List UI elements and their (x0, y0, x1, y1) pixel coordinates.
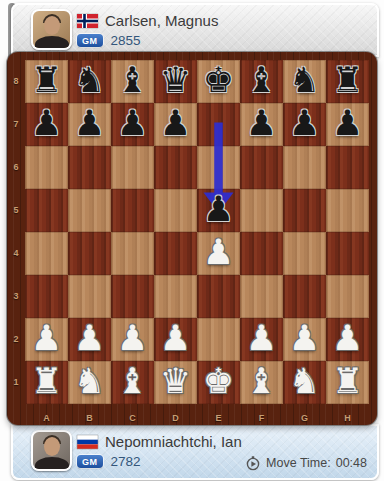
norway-flag-icon (77, 14, 98, 28)
file-label-b: B (68, 412, 111, 424)
square-b2[interactable]: ♟ (68, 318, 111, 361)
chess-broadcast-widget: Carlsen, Magnus GM 2855 Nepomniachtchi, … (0, 0, 384, 481)
black-pawn[interactable]: ♟ (111, 102, 154, 145)
rank-label-8: 8 (7, 60, 25, 103)
file-label-c: C (111, 412, 154, 424)
square-b8[interactable]: ♞ (68, 60, 111, 103)
square-f3[interactable] (240, 275, 283, 318)
rank-label-3: 3 (7, 275, 25, 318)
square-b3[interactable] (68, 275, 111, 318)
square-f4[interactable] (240, 232, 283, 275)
square-g7[interactable]: ♟ (283, 103, 326, 146)
square-h1[interactable]: ♜ (326, 361, 369, 404)
top-player-bar: Carlsen, Magnus GM 2855 (11, 3, 379, 57)
white-pawn[interactable]: ♟ (154, 317, 197, 360)
square-h5[interactable] (326, 189, 369, 232)
player-rating: 2855 (111, 33, 141, 48)
square-f8[interactable]: ♝ (240, 60, 283, 103)
square-a4[interactable] (25, 232, 68, 275)
square-c3[interactable] (111, 275, 154, 318)
chess-board: ♜♞♝♛♚♝♞♜♟♟♟♟♟♟♟♟♟♟♟♟♟♟♟♟♜♞♝♛♚♝♞♜ ABCDEFG… (7, 52, 377, 425)
square-h4[interactable] (326, 232, 369, 275)
square-c2[interactable]: ♟ (111, 318, 154, 361)
move-time: Move Time: 00:48 (245, 455, 367, 471)
square-g3[interactable] (283, 275, 326, 318)
square-f5[interactable] (240, 189, 283, 232)
square-a3[interactable] (25, 275, 68, 318)
square-c6[interactable] (111, 146, 154, 189)
square-a8[interactable]: ♜ (25, 60, 68, 103)
file-label-d: D (154, 412, 197, 424)
file-label-g: G (283, 412, 326, 424)
square-d8[interactable]: ♛ (154, 60, 197, 103)
square-g5[interactable] (283, 189, 326, 232)
black-pawn[interactable]: ♟ (283, 102, 326, 145)
white-knight[interactable]: ♞ (283, 360, 326, 403)
black-pawn[interactable]: ♟ (240, 102, 283, 145)
square-e2[interactable] (197, 318, 240, 361)
square-g6[interactable] (283, 146, 326, 189)
rank-label-2: 2 (7, 318, 25, 361)
square-a7[interactable]: ♟ (25, 103, 68, 146)
white-pawn[interactable]: ♟ (326, 317, 369, 360)
title-badge: GM (77, 455, 103, 468)
square-a5[interactable] (25, 189, 68, 232)
white-knight[interactable]: ♞ (68, 360, 111, 403)
square-c8[interactable]: ♝ (111, 60, 154, 103)
file-label-f: F (240, 412, 283, 424)
avatar (31, 430, 72, 471)
board-squares: ♜♞♝♛♚♝♞♜♟♟♟♟♟♟♟♟♟♟♟♟♟♟♟♟♜♞♝♛♚♝♞♜ (25, 60, 369, 404)
square-b6[interactable] (68, 146, 111, 189)
square-d5[interactable] (154, 189, 197, 232)
square-e1[interactable]: ♚ (197, 361, 240, 404)
black-rook[interactable]: ♜ (326, 59, 369, 102)
white-pawn[interactable]: ♟ (240, 317, 283, 360)
rank-label-7: 7 (7, 103, 25, 146)
white-pawn[interactable]: ♟ (283, 317, 326, 360)
square-f1[interactable]: ♝ (240, 361, 283, 404)
black-rook[interactable]: ♜ (25, 59, 68, 102)
black-pawn[interactable]: ♟ (68, 102, 111, 145)
title-badge: GM (77, 34, 103, 47)
square-d7[interactable]: ♟ (154, 103, 197, 146)
black-bishop[interactable]: ♝ (240, 59, 283, 102)
square-g1[interactable]: ♞ (283, 361, 326, 404)
rank-label-4: 4 (7, 232, 25, 275)
square-g4[interactable] (283, 232, 326, 275)
move-time-label: Move Time: (266, 456, 331, 470)
black-queen[interactable]: ♛ (154, 59, 197, 102)
black-pawn[interactable]: ♟ (25, 102, 68, 145)
square-b5[interactable] (68, 189, 111, 232)
black-pawn[interactable]: ♟ (326, 102, 369, 145)
square-c7[interactable]: ♟ (111, 103, 154, 146)
square-b7[interactable]: ♟ (68, 103, 111, 146)
square-f2[interactable]: ♟ (240, 318, 283, 361)
white-pawn[interactable]: ♟ (197, 231, 240, 274)
player-photo (33, 432, 70, 469)
square-d2[interactable]: ♟ (154, 318, 197, 361)
file-label-h: H (326, 412, 369, 424)
square-h3[interactable] (326, 275, 369, 318)
square-e3[interactable] (197, 275, 240, 318)
player-name: Carlsen, Magnus (105, 12, 218, 29)
move-time-value: 00:48 (336, 456, 367, 470)
square-h8[interactable]: ♜ (326, 60, 369, 103)
player-name: Nepomniachtchi, Ian (105, 433, 242, 450)
square-d4[interactable] (154, 232, 197, 275)
square-h2[interactable]: ♟ (326, 318, 369, 361)
white-pawn[interactable]: ♟ (111, 317, 154, 360)
rank-label-1: 1 (7, 361, 25, 404)
player-photo (33, 11, 70, 48)
square-g8[interactable]: ♞ (283, 60, 326, 103)
square-g2[interactable]: ♟ (283, 318, 326, 361)
square-a6[interactable] (25, 146, 68, 189)
square-d3[interactable] (154, 275, 197, 318)
square-c4[interactable] (111, 232, 154, 275)
russia-flag-icon (77, 435, 98, 449)
rank-label-5: 5 (7, 189, 25, 232)
square-c5[interactable] (111, 189, 154, 232)
square-h7[interactable]: ♟ (326, 103, 369, 146)
black-knight[interactable]: ♞ (283, 59, 326, 102)
file-label-e: E (197, 412, 240, 424)
avatar (31, 9, 72, 50)
bottom-player-bar: Nepomniachtchi, Ian GM 2782 Move Time: 0… (11, 424, 379, 480)
white-bishop[interactable]: ♝ (240, 360, 283, 403)
rank-label-6: 6 (7, 146, 25, 189)
move-timer-icon (245, 455, 261, 471)
square-e7[interactable] (197, 103, 240, 146)
square-e5[interactable]: ♟ (197, 189, 240, 232)
square-b1[interactable]: ♞ (68, 361, 111, 404)
square-a1[interactable]: ♜ (25, 361, 68, 404)
white-bishop[interactable]: ♝ (111, 360, 154, 403)
white-rook[interactable]: ♜ (326, 360, 369, 403)
black-knight[interactable]: ♞ (68, 59, 111, 102)
white-rook[interactable]: ♜ (25, 360, 68, 403)
square-e8[interactable]: ♚ (197, 60, 240, 103)
square-b4[interactable] (68, 232, 111, 275)
square-c1[interactable]: ♝ (111, 361, 154, 404)
black-bishop[interactable]: ♝ (111, 59, 154, 102)
square-e4[interactable]: ♟ (197, 232, 240, 275)
square-h6[interactable] (326, 146, 369, 189)
square-e6[interactable] (197, 146, 240, 189)
black-pawn[interactable]: ♟ (154, 102, 197, 145)
white-queen[interactable]: ♛ (154, 360, 197, 403)
square-f7[interactable]: ♟ (240, 103, 283, 146)
file-label-a: A (25, 412, 68, 424)
white-pawn[interactable]: ♟ (25, 317, 68, 360)
white-king[interactable]: ♚ (197, 360, 240, 403)
white-pawn[interactable]: ♟ (68, 317, 111, 360)
square-a2[interactable]: ♟ (25, 318, 68, 361)
player-rating: 2782 (111, 454, 141, 469)
square-d1[interactable]: ♛ (154, 361, 197, 404)
square-d6[interactable] (154, 146, 197, 189)
black-king[interactable]: ♚ (197, 59, 240, 102)
black-pawn[interactable]: ♟ (197, 188, 240, 231)
square-f6[interactable] (240, 146, 283, 189)
